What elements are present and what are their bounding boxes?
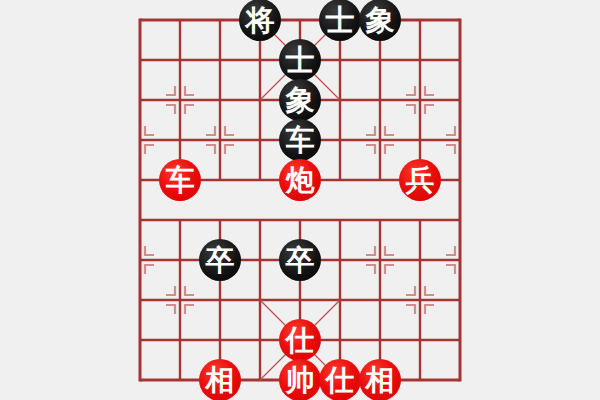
piece-black-general[interactable]: 将 [239,0,281,41]
piece-black-elephant-2[interactable]: 象 [279,79,321,121]
xiangqi-app-window: 将士象士象车车炮兵卒卒仕相帅仕相 [0,0,600,400]
piece-red-pawn[interactable]: 兵 [399,159,441,201]
piece-black-pawn-2[interactable]: 卒 [279,239,321,281]
piece-black-elephant-1[interactable]: 象 [359,0,401,41]
pieces-layer: 将士象士象车车炮兵卒卒仕相帅仕相 [0,0,600,400]
piece-black-advisor-2[interactable]: 士 [279,39,321,81]
xiangqi-board[interactable]: 将士象士象车车炮兵卒卒仕相帅仕相 [0,0,600,400]
piece-red-cannon[interactable]: 炮 [279,159,321,201]
piece-black-chariot[interactable]: 车 [279,119,321,161]
piece-red-elephant-2[interactable]: 相 [359,359,401,400]
piece-black-advisor-1[interactable]: 士 [319,0,361,41]
piece-red-elephant-1[interactable]: 相 [199,359,241,400]
piece-red-chariot[interactable]: 车 [159,159,201,201]
piece-black-pawn-1[interactable]: 卒 [199,239,241,281]
piece-red-advisor-1[interactable]: 仕 [279,319,321,361]
piece-red-general[interactable]: 帅 [279,359,321,400]
piece-red-advisor-2[interactable]: 仕 [319,359,361,400]
